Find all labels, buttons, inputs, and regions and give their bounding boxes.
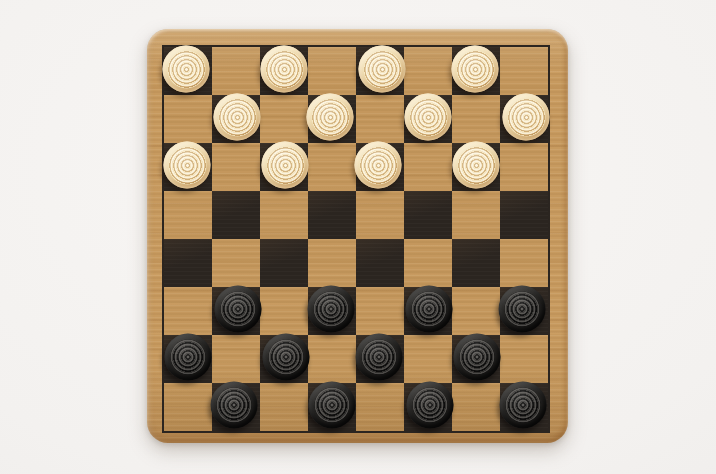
square-r4c8[interactable] — [500, 191, 548, 239]
square-r6c8[interactable] — [500, 287, 548, 335]
square-r7c8[interactable] — [500, 335, 548, 383]
square-r1c5[interactable] — [356, 47, 404, 95]
light-checker[interactable] — [262, 142, 309, 189]
square-r1c1[interactable] — [164, 47, 212, 95]
square-r8c3[interactable] — [260, 383, 308, 431]
light-checker[interactable] — [261, 46, 308, 93]
dark-checker[interactable] — [499, 286, 546, 333]
square-r1c7[interactable] — [452, 47, 500, 95]
square-r1c2[interactable] — [212, 47, 260, 95]
square-r5c7[interactable] — [452, 239, 500, 287]
board-grid — [162, 45, 550, 433]
checkers-board — [147, 29, 568, 443]
light-checker[interactable] — [359, 46, 406, 93]
square-r8c6[interactable] — [404, 383, 452, 431]
dark-checker[interactable] — [356, 334, 403, 381]
square-r2c5[interactable] — [356, 95, 404, 143]
light-checker[interactable] — [355, 142, 402, 189]
square-r4c5[interactable] — [356, 191, 404, 239]
square-r7c5[interactable] — [356, 335, 404, 383]
photo-background — [0, 0, 716, 474]
dark-checker[interactable] — [407, 382, 454, 429]
square-r6c2[interactable] — [212, 287, 260, 335]
square-r6c7[interactable] — [452, 287, 500, 335]
dark-checker[interactable] — [454, 334, 501, 381]
square-r2c2[interactable] — [212, 95, 260, 143]
square-r6c3[interactable] — [260, 287, 308, 335]
square-r3c7[interactable] — [452, 143, 500, 191]
square-r3c1[interactable] — [164, 143, 212, 191]
dark-checker[interactable] — [500, 382, 547, 429]
square-r3c4[interactable] — [308, 143, 356, 191]
square-r4c4[interactable] — [308, 191, 356, 239]
square-r7c3[interactable] — [260, 335, 308, 383]
square-r3c3[interactable] — [260, 143, 308, 191]
square-r2c1[interactable] — [164, 95, 212, 143]
light-checker[interactable] — [164, 142, 211, 189]
square-r8c1[interactable] — [164, 383, 212, 431]
light-checker[interactable] — [453, 142, 500, 189]
light-checker[interactable] — [503, 94, 550, 141]
dark-checker[interactable] — [215, 286, 262, 333]
square-r8c2[interactable] — [212, 383, 260, 431]
square-r8c8[interactable] — [500, 383, 548, 431]
square-r2c8[interactable] — [500, 95, 548, 143]
dark-checker[interactable] — [309, 382, 356, 429]
square-r4c1[interactable] — [164, 191, 212, 239]
square-r3c5[interactable] — [356, 143, 404, 191]
square-r5c3[interactable] — [260, 239, 308, 287]
square-r2c7[interactable] — [452, 95, 500, 143]
square-r7c1[interactable] — [164, 335, 212, 383]
square-r1c8[interactable] — [500, 47, 548, 95]
square-r5c6[interactable] — [404, 239, 452, 287]
square-r6c6[interactable] — [404, 287, 452, 335]
light-checker[interactable] — [405, 94, 452, 141]
dark-checker[interactable] — [165, 334, 212, 381]
square-r6c1[interactable] — [164, 287, 212, 335]
square-r1c3[interactable] — [260, 47, 308, 95]
square-r7c2[interactable] — [212, 335, 260, 383]
square-r7c4[interactable] — [308, 335, 356, 383]
dark-checker[interactable] — [406, 286, 453, 333]
square-r1c6[interactable] — [404, 47, 452, 95]
square-r2c3[interactable] — [260, 95, 308, 143]
square-r3c2[interactable] — [212, 143, 260, 191]
square-r8c7[interactable] — [452, 383, 500, 431]
light-checker[interactable] — [307, 94, 354, 141]
dark-checker[interactable] — [308, 286, 355, 333]
square-r4c3[interactable] — [260, 191, 308, 239]
square-r4c6[interactable] — [404, 191, 452, 239]
square-r6c4[interactable] — [308, 287, 356, 335]
light-checker[interactable] — [452, 46, 499, 93]
square-r2c4[interactable] — [308, 95, 356, 143]
square-r5c2[interactable] — [212, 239, 260, 287]
square-r5c4[interactable] — [308, 239, 356, 287]
square-r1c4[interactable] — [308, 47, 356, 95]
square-r4c7[interactable] — [452, 191, 500, 239]
light-checker[interactable] — [163, 46, 210, 93]
square-r3c8[interactable] — [500, 143, 548, 191]
square-r8c5[interactable] — [356, 383, 404, 431]
square-r8c4[interactable] — [308, 383, 356, 431]
light-checker[interactable] — [214, 94, 261, 141]
square-r5c1[interactable] — [164, 239, 212, 287]
dark-checker[interactable] — [211, 382, 258, 429]
square-r2c6[interactable] — [404, 95, 452, 143]
square-r7c7[interactable] — [452, 335, 500, 383]
dark-checker[interactable] — [263, 334, 310, 381]
square-r4c2[interactable] — [212, 191, 260, 239]
square-r6c5[interactable] — [356, 287, 404, 335]
square-r7c6[interactable] — [404, 335, 452, 383]
square-r5c8[interactable] — [500, 239, 548, 287]
square-r3c6[interactable] — [404, 143, 452, 191]
square-r5c5[interactable] — [356, 239, 404, 287]
